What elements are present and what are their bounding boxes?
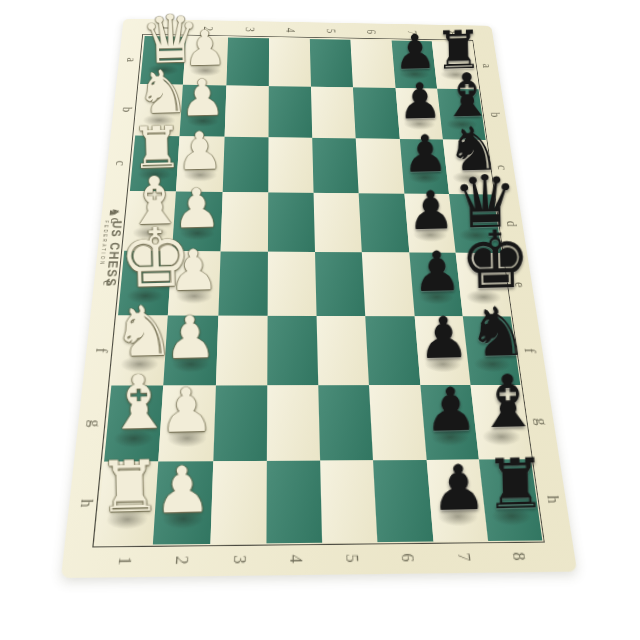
rank-labels-bottom: 12345678 <box>93 540 547 577</box>
black-pawn-f7[interactable]: ♟ <box>417 310 469 366</box>
rank-label-top-6: 6 <box>363 29 377 34</box>
square-h6[interactable] <box>373 460 433 542</box>
photo-background: 12345678 12345678 abcdefgh abcdefgh ♞ US… <box>0 0 640 640</box>
rank-label-bottom-7: 7 <box>452 553 472 562</box>
square-h2[interactable]: ♟ <box>153 461 213 544</box>
square-c3[interactable] <box>222 137 268 193</box>
black-bishop-g8[interactable]: ♝ <box>474 368 528 439</box>
square-c5[interactable] <box>312 138 359 193</box>
square-g3[interactable] <box>213 385 267 461</box>
square-h7[interactable]: ♟ <box>426 460 488 542</box>
square-d3[interactable] <box>220 192 268 252</box>
square-h4[interactable] <box>266 461 322 544</box>
square-b4[interactable] <box>268 86 312 138</box>
square-g4[interactable] <box>267 385 321 461</box>
square-g7[interactable]: ♟ <box>420 385 479 460</box>
black-king-e8[interactable]: ♚ <box>458 222 508 299</box>
rank-label-top-3: 3 <box>241 27 255 32</box>
file-label-left-f: f <box>92 347 110 352</box>
rank-label-top-4: 4 <box>282 28 296 33</box>
square-b3[interactable] <box>224 85 268 137</box>
chess-mat: 12345678 12345678 abcdefgh abcdefgh ♞ US… <box>61 19 577 578</box>
square-f5[interactable] <box>317 316 370 385</box>
black-pawn-d7[interactable]: ♟ <box>406 185 454 237</box>
chess-board: ♛♟♟♜♞♟♟♝♜♟♟♞♝♟♟♛♚♟♟♚♞♟♟♞♝♟♟♝♜♟♟♜ <box>96 36 542 545</box>
square-g6[interactable] <box>369 385 426 460</box>
rank-label-bottom-8: 8 <box>507 552 527 561</box>
white-rook-h1[interactable]: ♜ <box>97 453 154 522</box>
rank-label-bottom-5: 5 <box>341 554 360 563</box>
black-rook-h8[interactable]: ♜ <box>483 451 539 518</box>
square-a6[interactable] <box>351 40 396 88</box>
black-pawn-b7[interactable]: ♟ <box>397 77 441 125</box>
rank-label-bottom-4: 4 <box>285 555 304 564</box>
white-knight-f1[interactable]: ♞ <box>112 299 165 366</box>
square-d4[interactable] <box>268 192 315 252</box>
board-photo: 12345678 12345678 abcdefgh abcdefgh ♞ US… <box>92 0 537 567</box>
white-king-e1[interactable]: ♚ <box>118 219 169 297</box>
square-e3[interactable] <box>218 251 268 315</box>
file-label-left-g: g <box>84 419 103 427</box>
square-a3[interactable] <box>226 37 269 86</box>
black-pawn-e7[interactable]: ♟ <box>411 245 461 299</box>
white-bishop-g1[interactable]: ♝ <box>105 368 160 440</box>
square-h5[interactable] <box>320 460 378 543</box>
file-label-left-b: b <box>118 107 133 112</box>
square-c6[interactable] <box>356 138 404 193</box>
file-label-left-e: e <box>99 280 116 286</box>
black-pawn-g7[interactable]: ♟ <box>423 381 477 439</box>
square-f3[interactable] <box>215 316 267 386</box>
square-e5[interactable] <box>315 252 365 316</box>
square-h1[interactable]: ♜ <box>96 461 158 545</box>
rank-label-bottom-3: 3 <box>228 555 247 564</box>
logo-subtitle-text: FEDERATION <box>99 221 109 267</box>
square-a4[interactable] <box>269 38 311 86</box>
rank-label-bottom-1: 1 <box>113 556 133 565</box>
square-f6[interactable] <box>365 316 419 385</box>
rank-label-bottom-2: 2 <box>171 556 191 565</box>
black-pawn-c7[interactable]: ♟ <box>401 129 447 179</box>
black-pawn-h7[interactable]: ♟ <box>429 458 485 519</box>
rank-label-bottom-6: 6 <box>397 553 416 562</box>
rank-label-top-5: 5 <box>323 29 337 34</box>
square-d5[interactable] <box>314 193 363 252</box>
square-h8[interactable]: ♜ <box>479 459 543 541</box>
square-b5[interactable] <box>311 87 356 139</box>
square-h3[interactable] <box>210 461 267 544</box>
square-c4[interactable] <box>268 137 314 193</box>
square-b6[interactable] <box>353 87 399 139</box>
black-knight-f8[interactable]: ♞ <box>466 300 518 366</box>
black-pawn-a7[interactable]: ♟ <box>393 29 436 75</box>
square-f4[interactable] <box>267 316 318 385</box>
square-a5[interactable] <box>310 39 353 87</box>
square-d6[interactable] <box>359 193 409 252</box>
square-e6[interactable] <box>362 252 414 316</box>
square-g5[interactable] <box>318 385 373 460</box>
file-label-left-h: h <box>75 498 95 506</box>
square-e4[interactable] <box>267 252 316 316</box>
